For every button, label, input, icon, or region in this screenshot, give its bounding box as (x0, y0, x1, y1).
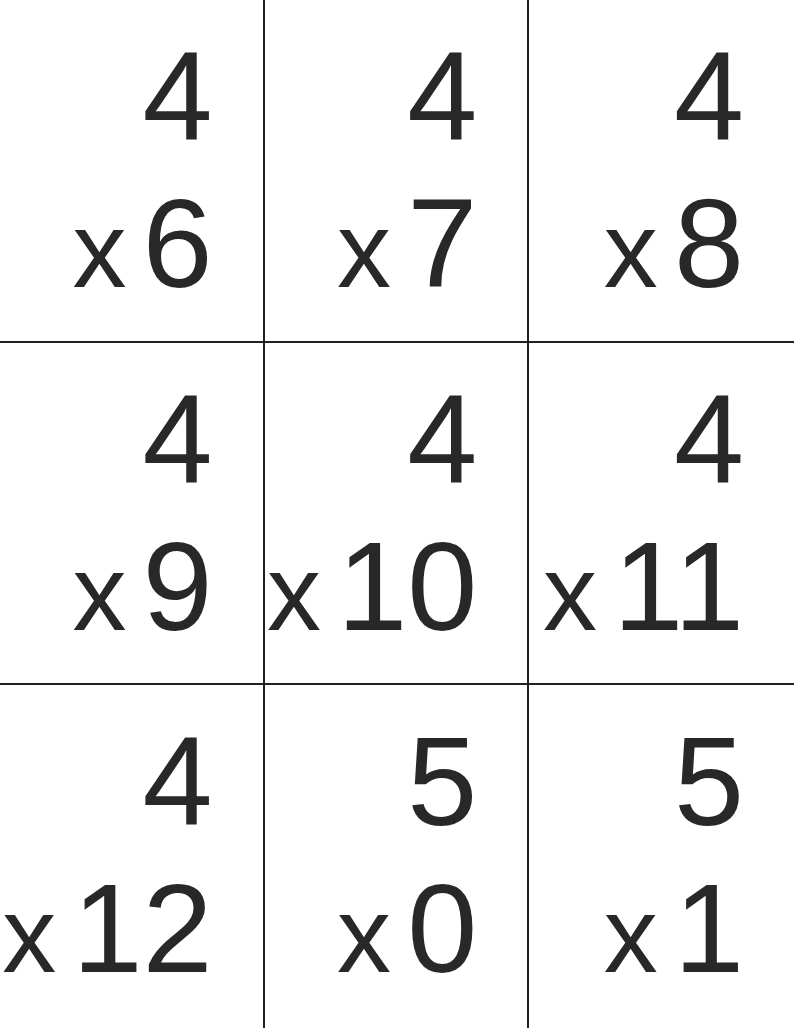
flashcard-4x11: 4 x11 (529, 343, 794, 686)
top-factor: 4 (674, 369, 744, 510)
multiplier-line: x0 (265, 855, 478, 1002)
top-factor-line: 4 (0, 23, 213, 170)
top-factor: 4 (143, 369, 213, 510)
flashcard-5x0: 5 x0 (265, 685, 530, 1028)
times-sign: x (604, 874, 658, 995)
times-sign: x (604, 189, 658, 310)
multiplier-line: x8 (529, 170, 744, 317)
top-factor-line: 4 (529, 366, 744, 513)
bottom-factor: 8 (674, 173, 744, 314)
multiplier-line: x7 (265, 170, 478, 317)
top-factor-line: 4 (0, 366, 213, 513)
multiplier-line: x9 (0, 513, 213, 660)
top-factor-line: 5 (265, 708, 478, 855)
times-sign: x (337, 874, 391, 995)
multiplier-line: x1 (529, 855, 744, 1002)
bottom-factor: 11 (613, 516, 744, 657)
top-factor-line: 5 (529, 708, 744, 855)
top-factor: 4 (407, 369, 477, 510)
bottom-factor: 1 (674, 858, 744, 999)
flashcard-sheet: 4 x6 4 x7 4 x8 4 x9 4 x10 4 x11 4 x12 5 … (0, 0, 794, 1028)
top-factor-line: 4 (529, 23, 744, 170)
bottom-factor: 9 (143, 516, 213, 657)
top-factor: 5 (674, 711, 744, 852)
bottom-factor: 0 (407, 858, 477, 999)
bottom-factor: 12 (73, 858, 213, 999)
flashcard-4x9: 4 x9 (0, 343, 265, 686)
multiplier-line: x12 (0, 855, 213, 1002)
flashcard-4x7: 4 x7 (265, 0, 530, 343)
top-factor-line: 4 (0, 708, 213, 855)
flashcard-5x1: 5 x1 (529, 685, 794, 1028)
times-sign: x (337, 189, 391, 310)
top-factor: 4 (674, 26, 744, 167)
top-factor-line: 4 (265, 23, 478, 170)
multiplier-line: x10 (265, 513, 478, 660)
times-sign: x (267, 532, 321, 653)
times-sign: x (72, 189, 126, 310)
top-factor: 5 (407, 711, 477, 852)
times-sign: x (543, 532, 597, 653)
flashcard-4x8: 4 x8 (529, 0, 794, 343)
top-factor: 4 (143, 26, 213, 167)
bottom-factor: 6 (143, 173, 213, 314)
times-sign: x (72, 532, 126, 653)
bottom-factor: 10 (337, 516, 477, 657)
top-factor: 4 (143, 711, 213, 852)
times-sign: x (2, 874, 56, 995)
multiplier-line: x6 (0, 170, 213, 317)
flashcard-4x10: 4 x10 (265, 343, 530, 686)
bottom-factor: 7 (407, 173, 477, 314)
flashcard-4x12: 4 x12 (0, 685, 265, 1028)
multiplier-line: x11 (529, 513, 744, 660)
flashcard-4x6: 4 x6 (0, 0, 265, 343)
top-factor-line: 4 (265, 366, 478, 513)
top-factor: 4 (407, 26, 477, 167)
